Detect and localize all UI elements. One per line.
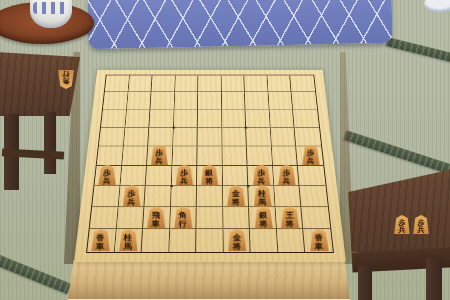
komadai-right-sente: [344, 168, 450, 260]
square-5i[interactable]: [196, 229, 223, 252]
square-4c[interactable]: [222, 110, 246, 128]
square-7i[interactable]: [142, 229, 170, 252]
square-5b[interactable]: [198, 92, 222, 109]
square-9c[interactable]: [101, 110, 127, 128]
square-3d[interactable]: [246, 128, 271, 147]
square-2e[interactable]: [272, 146, 298, 165]
square-5a[interactable]: [198, 75, 221, 92]
square-4f[interactable]: [223, 166, 249, 186]
square-6g[interactable]: [171, 186, 197, 207]
board-grid: 香車桂馬金将桂馬玉将飛車金将銀将香車歩兵歩兵歩兵銀将歩兵歩兵歩兵歩兵歩兵歩兵歩兵…: [86, 75, 334, 253]
square-2b[interactable]: [268, 92, 293, 109]
square-4d[interactable]: [222, 128, 247, 147]
square-7d[interactable]: [148, 128, 173, 147]
square-2c[interactable]: [270, 110, 295, 128]
square-8f[interactable]: [120, 166, 147, 186]
square-3i[interactable]: [250, 229, 278, 252]
square-5g[interactable]: [197, 186, 223, 207]
square-6b[interactable]: [174, 92, 198, 109]
square-5c[interactable]: [198, 110, 222, 128]
square-5e[interactable]: [197, 146, 222, 165]
square-5h[interactable]: [197, 207, 224, 229]
square-4a[interactable]: [221, 75, 245, 92]
square-9d[interactable]: [99, 128, 125, 147]
square-9e[interactable]: [97, 146, 124, 165]
square-3a[interactable]: [244, 75, 268, 92]
square-7g[interactable]: [144, 186, 171, 207]
square-8b[interactable]: [127, 92, 152, 109]
square-7a[interactable]: [152, 75, 176, 92]
square-3b[interactable]: [245, 92, 269, 109]
square-7c[interactable]: [149, 110, 174, 128]
square-2d[interactable]: [271, 128, 297, 147]
tatami-edge-band: [0, 253, 71, 294]
square-1h[interactable]: [302, 207, 331, 229]
square-4b[interactable]: [222, 92, 246, 109]
stand-leg: [426, 258, 442, 300]
square-4h[interactable]: [223, 207, 250, 229]
square-6a[interactable]: [175, 75, 199, 92]
square-9h[interactable]: [90, 207, 119, 229]
square-8c[interactable]: [125, 110, 150, 128]
square-3c[interactable]: [246, 110, 271, 128]
square-1a[interactable]: [290, 75, 315, 92]
tatami-edge-band: [343, 130, 450, 175]
square-9g[interactable]: [92, 186, 120, 207]
square-1d[interactable]: [295, 128, 321, 147]
square-7b[interactable]: [150, 92, 174, 109]
square-8e[interactable]: [122, 146, 148, 165]
square-5d[interactable]: [198, 128, 223, 147]
square-6e[interactable]: [172, 146, 197, 165]
tatami-edge-band: [386, 37, 450, 64]
shogi-board: 香車桂馬金将桂馬玉将飛車金将銀将香車歩兵歩兵歩兵銀将歩兵歩兵歩兵歩兵歩兵歩兵歩兵…: [74, 8, 346, 262]
corner-dish: [423, 0, 450, 14]
shogi-scene: 香車桂馬金将桂馬玉将飛車金将銀将香車歩兵歩兵歩兵銀将歩兵歩兵歩兵歩兵歩兵歩兵歩兵…: [0, 0, 450, 300]
square-9a[interactable]: [105, 75, 130, 92]
square-9b[interactable]: [103, 92, 128, 109]
square-1c[interactable]: [293, 110, 319, 128]
square-1f[interactable]: [298, 166, 325, 186]
square-2i[interactable]: [277, 229, 306, 252]
square-2g[interactable]: [274, 186, 302, 207]
board-front-face: [68, 260, 350, 300]
stand-leg: [44, 112, 56, 174]
square-6d[interactable]: [173, 128, 198, 147]
square-8d[interactable]: [123, 128, 149, 147]
square-4e[interactable]: [222, 146, 247, 165]
square-1g[interactable]: [300, 186, 328, 207]
board-surface: 香車桂馬金将桂馬玉将飛車金将銀将香車歩兵歩兵歩兵銀将歩兵歩兵歩兵歩兵歩兵歩兵歩兵…: [74, 70, 346, 262]
square-6i[interactable]: [169, 229, 197, 252]
square-8a[interactable]: [128, 75, 152, 92]
square-1b[interactable]: [292, 92, 317, 109]
square-7f[interactable]: [146, 166, 172, 186]
stand-leg: [358, 266, 372, 300]
square-6c[interactable]: [174, 110, 198, 128]
square-2a[interactable]: [267, 75, 291, 92]
square-3e[interactable]: [247, 146, 273, 165]
square-8h[interactable]: [116, 207, 144, 229]
